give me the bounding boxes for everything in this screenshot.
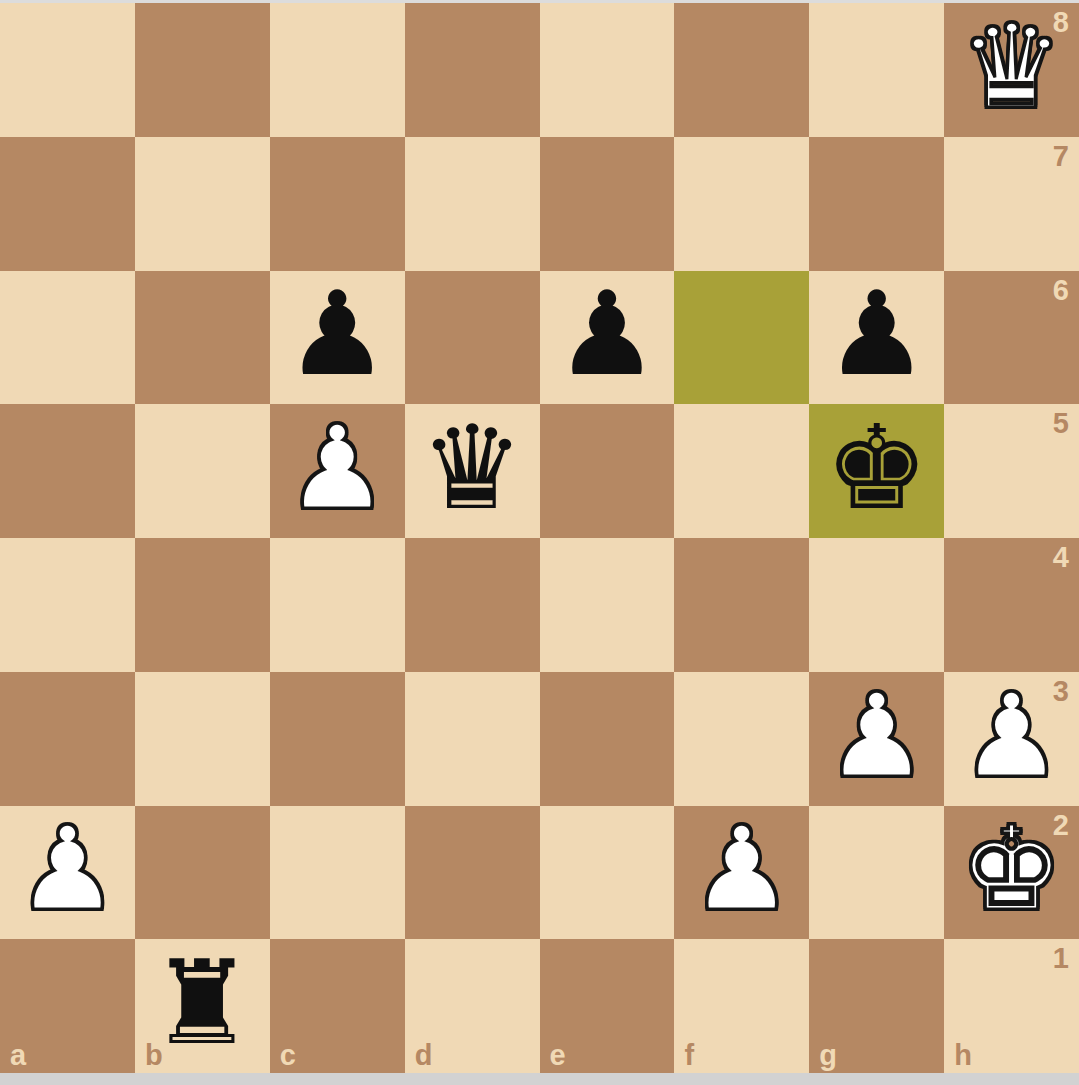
square-a8[interactable] bbox=[0, 3, 135, 137]
square-f2[interactable]: ♟ bbox=[674, 806, 809, 940]
square-b5[interactable] bbox=[135, 404, 270, 538]
square-c5[interactable]: ♟ bbox=[270, 404, 405, 538]
white-pawn[interactable]: ♟ bbox=[960, 678, 1064, 794]
square-e7[interactable] bbox=[540, 137, 675, 271]
square-e4[interactable] bbox=[540, 538, 675, 672]
white-pawn[interactable]: ♟ bbox=[690, 811, 794, 927]
square-f3[interactable] bbox=[674, 672, 809, 806]
square-c4[interactable] bbox=[270, 538, 405, 672]
square-f1[interactable]: f bbox=[674, 939, 809, 1073]
square-c3[interactable] bbox=[270, 672, 405, 806]
square-g3[interactable]: ♟ bbox=[809, 672, 944, 806]
chessboard: 8♛7♟♟♟6♟♛♚54♟3♟♟♟2♚ab♜cdefg1h bbox=[0, 3, 1079, 1073]
square-a2[interactable]: ♟ bbox=[0, 806, 135, 940]
square-b1[interactable]: b♜ bbox=[135, 939, 270, 1073]
square-f4[interactable] bbox=[674, 538, 809, 672]
square-b7[interactable] bbox=[135, 137, 270, 271]
square-g4[interactable] bbox=[809, 538, 944, 672]
square-h8[interactable]: 8♛ bbox=[944, 3, 1079, 137]
black-pawn[interactable]: ♟ bbox=[825, 276, 929, 392]
square-c6[interactable]: ♟ bbox=[270, 271, 405, 405]
square-a6[interactable] bbox=[0, 271, 135, 405]
square-e6[interactable]: ♟ bbox=[540, 271, 675, 405]
square-e8[interactable] bbox=[540, 3, 675, 137]
square-f7[interactable] bbox=[674, 137, 809, 271]
white-pawn[interactable]: ♟ bbox=[15, 811, 119, 927]
square-e5[interactable] bbox=[540, 404, 675, 538]
square-a7[interactable] bbox=[0, 137, 135, 271]
black-king[interactable]: ♚ bbox=[825, 410, 929, 526]
square-a4[interactable] bbox=[0, 538, 135, 672]
square-d4[interactable] bbox=[405, 538, 540, 672]
square-c1[interactable]: c bbox=[270, 939, 405, 1073]
square-g5[interactable]: ♚ bbox=[809, 404, 944, 538]
square-d6[interactable] bbox=[405, 271, 540, 405]
bottom-edge-strip bbox=[0, 1073, 1079, 1085]
square-g7[interactable] bbox=[809, 137, 944, 271]
rank-label-1: 1 bbox=[1053, 944, 1069, 973]
file-label-c: c bbox=[280, 1041, 296, 1070]
square-g1[interactable]: g bbox=[809, 939, 944, 1073]
square-a5[interactable] bbox=[0, 404, 135, 538]
white-queen[interactable]: ♛ bbox=[960, 9, 1064, 125]
rank-label-5: 5 bbox=[1053, 409, 1069, 438]
square-h7[interactable]: 7 bbox=[944, 137, 1079, 271]
white-pawn[interactable]: ♟ bbox=[825, 678, 929, 794]
square-f8[interactable] bbox=[674, 3, 809, 137]
square-d7[interactable] bbox=[405, 137, 540, 271]
square-h1[interactable]: 1h bbox=[944, 939, 1079, 1073]
square-d3[interactable] bbox=[405, 672, 540, 806]
square-e3[interactable] bbox=[540, 672, 675, 806]
file-label-f: f bbox=[684, 1041, 694, 1070]
square-b6[interactable] bbox=[135, 271, 270, 405]
square-b2[interactable] bbox=[135, 806, 270, 940]
square-a1[interactable]: a bbox=[0, 939, 135, 1073]
square-a3[interactable] bbox=[0, 672, 135, 806]
square-b3[interactable] bbox=[135, 672, 270, 806]
square-b8[interactable] bbox=[135, 3, 270, 137]
black-pawn[interactable]: ♟ bbox=[285, 276, 389, 392]
square-c8[interactable] bbox=[270, 3, 405, 137]
square-g2[interactable] bbox=[809, 806, 944, 940]
square-c2[interactable] bbox=[270, 806, 405, 940]
file-label-a: a bbox=[10, 1041, 26, 1070]
square-e2[interactable] bbox=[540, 806, 675, 940]
white-king[interactable]: ♚ bbox=[960, 811, 1064, 927]
square-h6[interactable]: 6 bbox=[944, 271, 1079, 405]
square-d1[interactable]: d bbox=[405, 939, 540, 1073]
file-label-g: g bbox=[819, 1041, 837, 1070]
file-label-d: d bbox=[415, 1041, 433, 1070]
square-f6[interactable] bbox=[674, 271, 809, 405]
square-b4[interactable] bbox=[135, 538, 270, 672]
rank-label-6: 6 bbox=[1053, 276, 1069, 305]
square-h2[interactable]: 2♚ bbox=[944, 806, 1079, 940]
square-d5[interactable]: ♛ bbox=[405, 404, 540, 538]
page: 8♛7♟♟♟6♟♛♚54♟3♟♟♟2♚ab♜cdefg1h bbox=[0, 0, 1079, 1085]
square-d2[interactable] bbox=[405, 806, 540, 940]
square-f5[interactable] bbox=[674, 404, 809, 538]
black-pawn[interactable]: ♟ bbox=[555, 276, 659, 392]
square-h3[interactable]: 3♟ bbox=[944, 672, 1079, 806]
black-queen[interactable]: ♛ bbox=[420, 410, 524, 526]
file-label-e: e bbox=[550, 1041, 566, 1070]
square-d8[interactable] bbox=[405, 3, 540, 137]
square-g6[interactable]: ♟ bbox=[809, 271, 944, 405]
square-h5[interactable]: 5 bbox=[944, 404, 1079, 538]
square-e1[interactable]: e bbox=[540, 939, 675, 1073]
rank-label-7: 7 bbox=[1053, 142, 1069, 171]
white-pawn[interactable]: ♟ bbox=[285, 410, 389, 526]
square-h4[interactable]: 4 bbox=[944, 538, 1079, 672]
file-label-h: h bbox=[954, 1041, 972, 1070]
square-g8[interactable] bbox=[809, 3, 944, 137]
black-rook[interactable]: ♜ bbox=[150, 945, 254, 1061]
square-c7[interactable] bbox=[270, 137, 405, 271]
rank-label-4: 4 bbox=[1053, 543, 1069, 572]
